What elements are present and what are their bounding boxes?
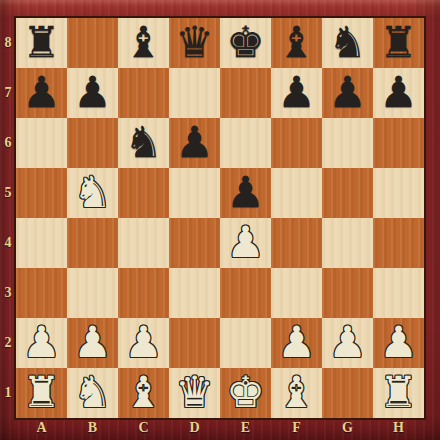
square-h8[interactable]: ♜ xyxy=(373,18,424,68)
piece-black-pawn[interactable]: ♟ xyxy=(67,67,118,117)
piece-black-bishop[interactable]: ♝ xyxy=(271,17,322,67)
square-f8[interactable]: ♝ xyxy=(271,18,322,68)
square-e1[interactable]: ♚ xyxy=(220,368,271,418)
square-f2[interactable]: ♟ xyxy=(271,318,322,368)
square-a4[interactable] xyxy=(16,218,67,268)
square-h4[interactable] xyxy=(373,218,424,268)
square-f7[interactable]: ♟ xyxy=(271,68,322,118)
file-label-b: B xyxy=(67,418,118,440)
piece-white-bishop[interactable]: ♝ xyxy=(271,367,322,417)
square-e3[interactable] xyxy=(220,268,271,318)
piece-black-rook[interactable]: ♜ xyxy=(16,17,67,67)
piece-white-pawn[interactable]: ♟ xyxy=(67,317,118,367)
square-e2[interactable] xyxy=(220,318,271,368)
rank-label-6: 6 xyxy=(0,118,16,168)
square-g8[interactable]: ♞ xyxy=(322,18,373,68)
piece-white-king[interactable]: ♚ xyxy=(220,367,271,417)
square-c3[interactable] xyxy=(118,268,169,318)
square-c8[interactable]: ♝ xyxy=(118,18,169,68)
square-a2[interactable]: ♟ xyxy=(16,318,67,368)
piece-black-rook[interactable]: ♜ xyxy=(373,17,424,67)
square-b1[interactable]: ♞ xyxy=(67,368,118,418)
square-f1[interactable]: ♝ xyxy=(271,368,322,418)
square-d4[interactable] xyxy=(169,218,220,268)
piece-black-pawn[interactable]: ♟ xyxy=(169,117,220,167)
square-h7[interactable]: ♟ xyxy=(373,68,424,118)
square-c5[interactable] xyxy=(118,168,169,218)
file-label-d: D xyxy=(169,418,220,440)
piece-black-pawn[interactable]: ♟ xyxy=(322,67,373,117)
piece-white-pawn[interactable]: ♟ xyxy=(271,317,322,367)
square-c7[interactable] xyxy=(118,68,169,118)
square-g1[interactable] xyxy=(322,368,373,418)
file-label-a: A xyxy=(16,418,67,440)
chess-board: ♜♝♛♚♝♞♜♟♟♟♟♟♞♟♞♟♟♟♟♟♟♟♟♜♞♝♛♚♝♜ xyxy=(16,18,424,418)
square-c4[interactable] xyxy=(118,218,169,268)
square-b6[interactable] xyxy=(67,118,118,168)
square-a1[interactable]: ♜ xyxy=(16,368,67,418)
square-a3[interactable] xyxy=(16,268,67,318)
square-g7[interactable]: ♟ xyxy=(322,68,373,118)
rank-label-8: 8 xyxy=(0,18,16,68)
piece-black-pawn[interactable]: ♟ xyxy=(16,67,67,117)
square-d3[interactable] xyxy=(169,268,220,318)
piece-white-pawn[interactable]: ♟ xyxy=(322,317,373,367)
piece-white-queen[interactable]: ♛ xyxy=(169,367,220,417)
piece-black-pawn[interactable]: ♟ xyxy=(220,167,271,217)
square-h2[interactable]: ♟ xyxy=(373,318,424,368)
piece-black-knight[interactable]: ♞ xyxy=(322,17,373,67)
square-h1[interactable]: ♜ xyxy=(373,368,424,418)
piece-white-rook[interactable]: ♜ xyxy=(16,367,67,417)
file-label-c: C xyxy=(118,418,169,440)
square-f3[interactable] xyxy=(271,268,322,318)
rank-label-5: 5 xyxy=(0,168,16,218)
piece-white-knight[interactable]: ♞ xyxy=(67,367,118,417)
piece-black-knight[interactable]: ♞ xyxy=(118,117,169,167)
square-d5[interactable] xyxy=(169,168,220,218)
square-e5[interactable]: ♟ xyxy=(220,168,271,218)
file-label-e: E xyxy=(220,418,271,440)
square-d6[interactable]: ♟ xyxy=(169,118,220,168)
square-d7[interactable] xyxy=(169,68,220,118)
piece-white-knight[interactable]: ♞ xyxy=(67,167,118,217)
square-a8[interactable]: ♜ xyxy=(16,18,67,68)
square-f4[interactable] xyxy=(271,218,322,268)
square-b2[interactable]: ♟ xyxy=(67,318,118,368)
rank-label-1: 1 xyxy=(0,368,16,418)
file-label-h: H xyxy=(373,418,424,440)
piece-white-pawn[interactable]: ♟ xyxy=(373,317,424,367)
square-h6[interactable] xyxy=(373,118,424,168)
piece-white-pawn[interactable]: ♟ xyxy=(16,317,67,367)
square-e4[interactable]: ♟ xyxy=(220,218,271,268)
rank-label-4: 4 xyxy=(0,218,16,268)
piece-white-pawn[interactable]: ♟ xyxy=(220,217,271,267)
piece-black-pawn[interactable]: ♟ xyxy=(271,67,322,117)
square-c2[interactable]: ♟ xyxy=(118,318,169,368)
square-d1[interactable]: ♛ xyxy=(169,368,220,418)
square-e6[interactable] xyxy=(220,118,271,168)
file-label-f: F xyxy=(271,418,322,440)
square-a5[interactable] xyxy=(16,168,67,218)
square-g3[interactable] xyxy=(322,268,373,318)
square-g5[interactable] xyxy=(322,168,373,218)
piece-white-bishop[interactable]: ♝ xyxy=(118,367,169,417)
square-d8[interactable]: ♛ xyxy=(169,18,220,68)
square-b7[interactable]: ♟ xyxy=(67,68,118,118)
piece-black-bishop[interactable]: ♝ xyxy=(118,17,169,67)
piece-black-king[interactable]: ♚ xyxy=(220,17,271,67)
file-label-g: G xyxy=(322,418,373,440)
square-b3[interactable] xyxy=(67,268,118,318)
square-c1[interactable]: ♝ xyxy=(118,368,169,418)
square-g6[interactable] xyxy=(322,118,373,168)
square-a7[interactable]: ♟ xyxy=(16,68,67,118)
square-g2[interactable]: ♟ xyxy=(322,318,373,368)
square-e7[interactable] xyxy=(220,68,271,118)
rank-label-7: 7 xyxy=(0,68,16,118)
file-labels: ABCDEFGH xyxy=(16,418,424,440)
square-d2[interactable] xyxy=(169,318,220,368)
chess-board-frame: ♜♝♛♚♝♞♜♟♟♟♟♟♞♟♞♟♟♟♟♟♟♟♟♜♞♝♛♚♝♜ 87654321 … xyxy=(0,0,440,440)
square-c6[interactable]: ♞ xyxy=(118,118,169,168)
square-h3[interactable] xyxy=(373,268,424,318)
square-g4[interactable] xyxy=(322,218,373,268)
rank-labels: 87654321 xyxy=(0,18,16,418)
square-b4[interactable] xyxy=(67,218,118,268)
square-h5[interactable] xyxy=(373,168,424,218)
rank-label-2: 2 xyxy=(0,318,16,368)
rank-label-3: 3 xyxy=(0,268,16,318)
square-a6[interactable] xyxy=(16,118,67,168)
square-b8[interactable] xyxy=(67,18,118,68)
square-e8[interactable]: ♚ xyxy=(220,18,271,68)
square-f6[interactable] xyxy=(271,118,322,168)
piece-black-queen[interactable]: ♛ xyxy=(169,17,220,67)
square-b5[interactable]: ♞ xyxy=(67,168,118,218)
piece-white-rook[interactable]: ♜ xyxy=(373,367,424,417)
piece-white-pawn[interactable]: ♟ xyxy=(118,317,169,367)
square-f5[interactable] xyxy=(271,168,322,218)
piece-black-pawn[interactable]: ♟ xyxy=(373,67,424,117)
